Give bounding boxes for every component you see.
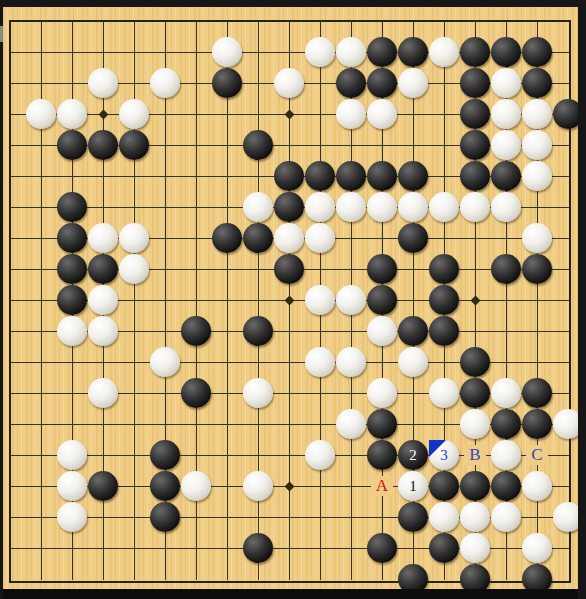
white-stone: [305, 37, 335, 67]
point-label-A: A: [371, 476, 393, 496]
black-stone: [491, 161, 521, 191]
white-stone: [305, 347, 335, 377]
black-stone: [398, 37, 428, 67]
black-stone: [336, 68, 366, 98]
white-stone: [57, 99, 87, 129]
black-stone: [491, 471, 521, 501]
white-stone: [429, 192, 459, 222]
black-stone: [88, 471, 118, 501]
black-stone: [181, 378, 211, 408]
white-stone: [88, 378, 118, 408]
white-stone: [429, 378, 459, 408]
black-stone: [522, 409, 552, 439]
black-stone: [305, 161, 335, 191]
black-stone: [491, 37, 521, 67]
black-stone: [243, 533, 273, 563]
black-stone: [57, 223, 87, 253]
point-label-B: B: [464, 445, 486, 465]
white-stone: [88, 316, 118, 346]
white-stone: [119, 99, 149, 129]
white-stone: [491, 192, 521, 222]
white-stone: [522, 533, 552, 563]
black-stone: [243, 223, 273, 253]
white-stone: [57, 502, 87, 532]
white-stone: [367, 378, 397, 408]
black-stone: [57, 254, 87, 284]
window-frame-bottom: [0, 589, 586, 599]
white-stone: [119, 223, 149, 253]
white-stone: [429, 502, 459, 532]
black-stone: [429, 254, 459, 284]
go-client-window: 231ABC: [0, 0, 586, 599]
white-stone: [429, 37, 459, 67]
black-stone-move-2: 2: [398, 440, 428, 470]
window-frame-notch: [0, 26, 3, 42]
white-stone: [57, 471, 87, 501]
white-stone: [522, 223, 552, 253]
white-stone: [522, 130, 552, 160]
black-stone: [429, 471, 459, 501]
goban[interactable]: 231ABC: [0, 0, 586, 599]
white-stone: [336, 37, 366, 67]
white-stone: [57, 440, 87, 470]
black-stone: [398, 502, 428, 532]
white-stone: [243, 192, 273, 222]
black-stone: [57, 192, 87, 222]
black-stone: [181, 316, 211, 346]
black-stone: [460, 161, 490, 191]
white-stone: [88, 285, 118, 315]
white-stone: [522, 161, 552, 191]
window-frame-left: [0, 0, 3, 599]
window-frame-top: [0, 0, 586, 7]
white-stone: [491, 502, 521, 532]
window-frame-right: [578, 0, 586, 599]
black-stone: [274, 192, 304, 222]
black-stone: [522, 68, 552, 98]
black-stone: [212, 68, 242, 98]
black-stone: [522, 378, 552, 408]
white-stone: [398, 347, 428, 377]
black-stone: [460, 130, 490, 160]
white-stone: [336, 409, 366, 439]
black-stone: [274, 254, 304, 284]
black-stone: [336, 161, 366, 191]
black-stone: [212, 223, 242, 253]
white-stone: [491, 99, 521, 129]
white-stone: [150, 347, 180, 377]
white-stone: [398, 192, 428, 222]
white-stone: [460, 502, 490, 532]
white-stone: [460, 533, 490, 563]
white-stone: [305, 440, 335, 470]
black-stone: [367, 440, 397, 470]
white-stone-move-1: 1: [398, 471, 428, 501]
black-stone: [398, 223, 428, 253]
black-stone: [522, 254, 552, 284]
white-stone: [491, 440, 521, 470]
black-stone: [243, 130, 273, 160]
black-stone: [57, 130, 87, 160]
black-stone: [367, 409, 397, 439]
black-stone: [398, 161, 428, 191]
black-stone: [491, 254, 521, 284]
white-stone: [336, 192, 366, 222]
black-stone: [491, 409, 521, 439]
white-stone: [181, 471, 211, 501]
white-stone: [367, 316, 397, 346]
white-stone: [491, 378, 521, 408]
white-stone: [336, 347, 366, 377]
black-stone: [274, 161, 304, 191]
black-stone: [460, 471, 490, 501]
white-stone: [367, 192, 397, 222]
white-stone: [305, 192, 335, 222]
black-stone: [522, 37, 552, 67]
white-stone: [491, 68, 521, 98]
white-stone: [88, 223, 118, 253]
black-stone: [460, 99, 490, 129]
black-stone: [367, 285, 397, 315]
white-stone: [57, 316, 87, 346]
white-stone: [274, 223, 304, 253]
black-stone: [57, 285, 87, 315]
white-stone: [150, 68, 180, 98]
point-label-C: C: [526, 445, 548, 465]
black-stone: [398, 316, 428, 346]
black-stone: [429, 533, 459, 563]
white-stone: [305, 285, 335, 315]
white-stone: [336, 99, 366, 129]
white-stone: [336, 285, 366, 315]
white-stone: [398, 68, 428, 98]
black-stone: [367, 533, 397, 563]
black-stone: [119, 130, 149, 160]
white-stone: [119, 254, 149, 284]
white-stone: [243, 471, 273, 501]
black-stone: [429, 316, 459, 346]
white-stone: [88, 68, 118, 98]
black-stone: [150, 471, 180, 501]
white-stone: [26, 99, 56, 129]
black-stone: [460, 347, 490, 377]
black-stone: [150, 502, 180, 532]
white-stone: [460, 192, 490, 222]
black-stone: [367, 161, 397, 191]
white-stone: [305, 223, 335, 253]
white-stone: [522, 99, 552, 129]
white-stone: [367, 99, 397, 129]
white-stone: [243, 378, 273, 408]
white-stone: [212, 37, 242, 67]
black-stone: [460, 37, 490, 67]
white-stone: [460, 409, 490, 439]
white-stone: [274, 68, 304, 98]
black-stone: [150, 440, 180, 470]
white-stone: [522, 471, 552, 501]
black-stone: [460, 378, 490, 408]
black-stone: [460, 68, 490, 98]
black-stone: [88, 130, 118, 160]
triangle-marker: [429, 440, 446, 457]
black-stone: [367, 254, 397, 284]
black-stone: [243, 316, 273, 346]
black-stone: [88, 254, 118, 284]
black-stone: [367, 37, 397, 67]
black-stone: [367, 68, 397, 98]
white-stone: [491, 130, 521, 160]
black-stone: [429, 285, 459, 315]
